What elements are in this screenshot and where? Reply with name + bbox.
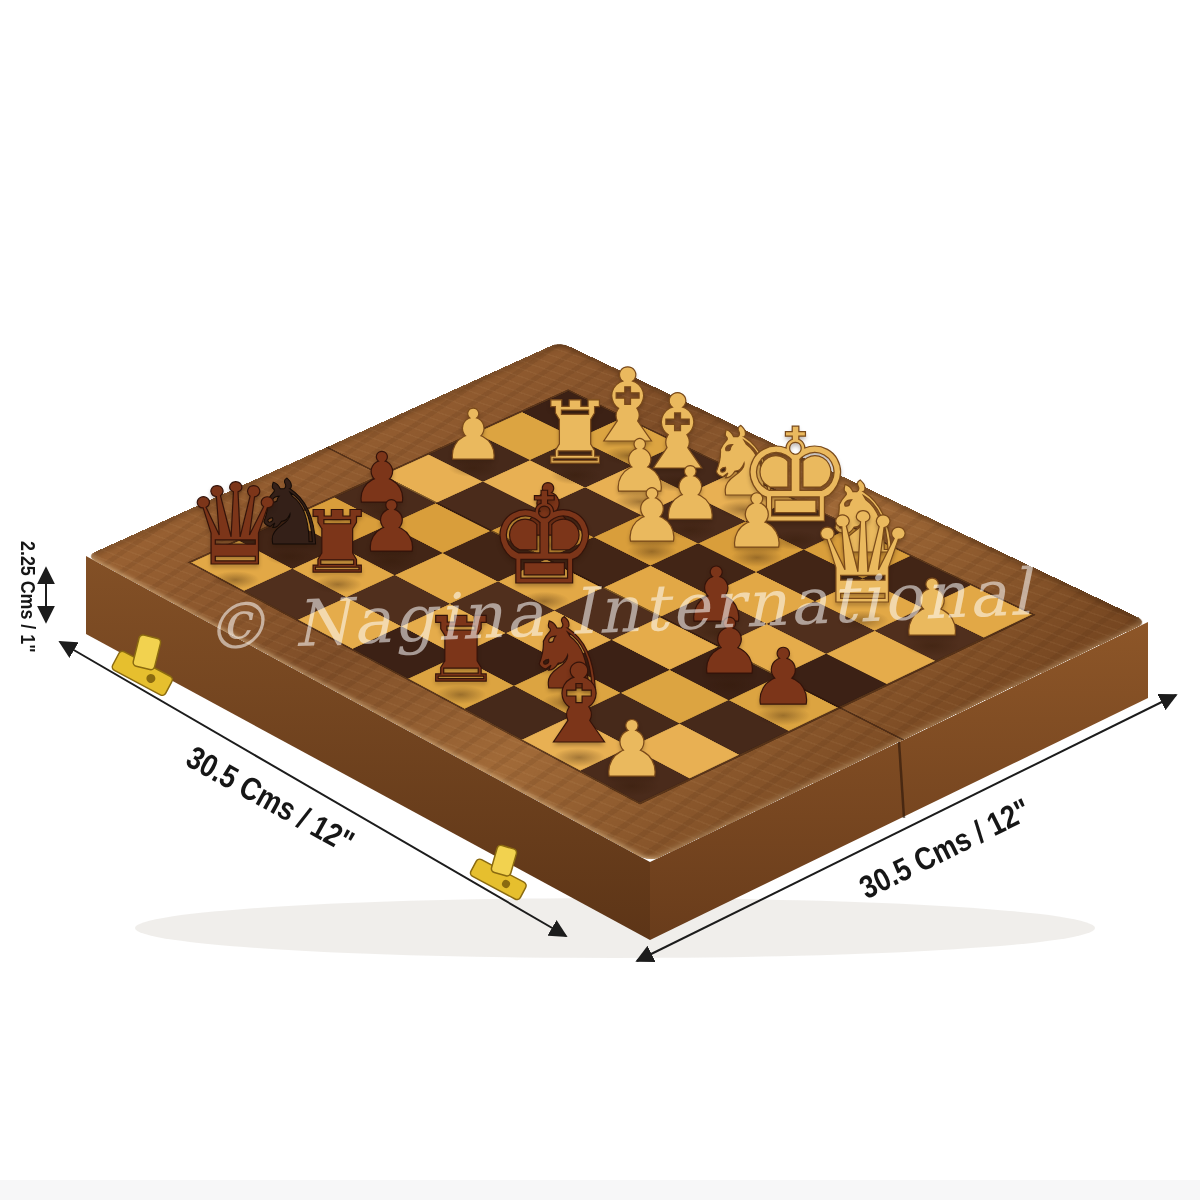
product-photo: ♛♞♜♟♟♟♚♜♞♝♟♟♟♜♝♝♞♚♞♛♟♟♟♟♟♟♟ © Nagina Int… [0,0,1200,1200]
dimension-height-label: 2.25 Cms / 1" [16,541,40,653]
